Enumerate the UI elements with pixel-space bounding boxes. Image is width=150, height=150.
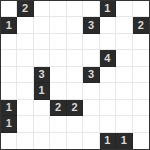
cell-r0c8[interactable] <box>133 1 149 17</box>
clue-cell-r3c6: 4 <box>100 50 116 66</box>
cell-r6c1[interactable] <box>17 100 33 116</box>
clue-cell-r6c3: 2 <box>50 100 66 116</box>
cell-r3c2[interactable] <box>34 50 50 66</box>
cell-r2c8[interactable] <box>133 34 149 50</box>
clue-cell-r8c6: 1 <box>100 133 116 149</box>
cell-r8c3[interactable] <box>50 133 66 149</box>
clue-cell-r1c5: 3 <box>83 17 99 33</box>
cell-r2c4[interactable] <box>67 34 83 50</box>
puzzle-board: 211324331122111 <box>0 0 150 150</box>
cell-r5c8[interactable] <box>133 83 149 99</box>
clue-cell-r0c6: 1 <box>100 1 116 17</box>
cell-r1c1[interactable] <box>17 17 33 33</box>
cell-r3c0[interactable] <box>1 50 17 66</box>
cell-r7c8[interactable] <box>133 116 149 132</box>
cell-r4c1[interactable] <box>17 67 33 83</box>
cell-r4c3[interactable] <box>50 67 66 83</box>
cell-r3c4[interactable] <box>67 50 83 66</box>
cell-r2c3[interactable] <box>50 34 66 50</box>
cell-r3c8[interactable] <box>133 50 149 66</box>
cell-r3c7[interactable] <box>116 50 132 66</box>
cell-r7c7[interactable] <box>116 116 132 132</box>
cell-r5c3[interactable] <box>50 83 66 99</box>
cell-r3c1[interactable] <box>17 50 33 66</box>
cell-r7c2[interactable] <box>34 116 50 132</box>
clue-cell-r0c1: 2 <box>17 1 33 17</box>
cell-r4c4[interactable] <box>67 67 83 83</box>
cell-r1c6[interactable] <box>100 17 116 33</box>
cell-r5c1[interactable] <box>17 83 33 99</box>
cell-r0c7[interactable] <box>116 1 132 17</box>
clue-cell-r5c2: 1 <box>34 83 50 99</box>
cell-r7c3[interactable] <box>50 116 66 132</box>
cell-r2c7[interactable] <box>116 34 132 50</box>
cell-r4c7[interactable] <box>116 67 132 83</box>
clue-cell-r4c5: 3 <box>83 67 99 83</box>
cell-r7c1[interactable] <box>17 116 33 132</box>
clue-cell-r8c7: 1 <box>116 133 132 149</box>
cell-r8c5[interactable] <box>83 133 99 149</box>
cell-r8c8[interactable] <box>133 133 149 149</box>
cell-r5c4[interactable] <box>67 83 83 99</box>
cell-r2c1[interactable] <box>17 34 33 50</box>
cell-r6c8[interactable] <box>133 100 149 116</box>
cell-r0c0[interactable] <box>1 1 17 17</box>
cell-r4c0[interactable] <box>1 67 17 83</box>
cell-r2c6[interactable] <box>100 34 116 50</box>
clue-cell-r6c0: 1 <box>1 100 17 116</box>
cell-r1c3[interactable] <box>50 17 66 33</box>
cell-r2c0[interactable] <box>1 34 17 50</box>
cell-r6c5[interactable] <box>83 100 99 116</box>
cell-r8c1[interactable] <box>17 133 33 149</box>
cell-r2c5[interactable] <box>83 34 99 50</box>
cell-r7c6[interactable] <box>100 116 116 132</box>
cell-r8c0[interactable] <box>1 133 17 149</box>
cell-r5c7[interactable] <box>116 83 132 99</box>
cell-r5c6[interactable] <box>100 83 116 99</box>
cell-r6c2[interactable] <box>34 100 50 116</box>
clue-cell-r1c8: 2 <box>133 17 149 33</box>
cell-r3c3[interactable] <box>50 50 66 66</box>
cell-r4c6[interactable] <box>100 67 116 83</box>
cell-r1c7[interactable] <box>116 17 132 33</box>
clue-cell-r1c0: 1 <box>1 17 17 33</box>
cell-r5c0[interactable] <box>1 83 17 99</box>
cell-r3c5[interactable] <box>83 50 99 66</box>
cell-r5c5[interactable] <box>83 83 99 99</box>
cell-r7c5[interactable] <box>83 116 99 132</box>
cell-r8c4[interactable] <box>67 133 83 149</box>
clue-cell-r6c4: 2 <box>67 100 83 116</box>
cell-r7c4[interactable] <box>67 116 83 132</box>
cell-r0c2[interactable] <box>34 1 50 17</box>
cell-r1c4[interactable] <box>67 17 83 33</box>
cell-r6c7[interactable] <box>116 100 132 116</box>
clue-cell-r7c0: 1 <box>1 116 17 132</box>
clue-cell-r4c2: 3 <box>34 67 50 83</box>
cell-r6c6[interactable] <box>100 100 116 116</box>
cell-r0c3[interactable] <box>50 1 66 17</box>
cell-r2c2[interactable] <box>34 34 50 50</box>
cell-r8c2[interactable] <box>34 133 50 149</box>
cell-r0c4[interactable] <box>67 1 83 17</box>
cell-r4c8[interactable] <box>133 67 149 83</box>
cell-r0c5[interactable] <box>83 1 99 17</box>
cell-r1c2[interactable] <box>34 17 50 33</box>
